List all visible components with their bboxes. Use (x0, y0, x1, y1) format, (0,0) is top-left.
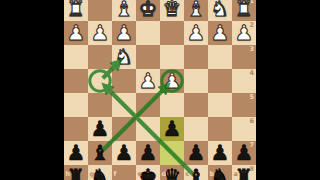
piece-black-bishop[interactable]: ♝ (184, 165, 208, 180)
square-d6[interactable]: ♟ (160, 117, 184, 141)
square-c4[interactable] (184, 69, 208, 93)
piece-white-pawn[interactable]: ♟ (88, 21, 112, 45)
piece-white-bishop[interactable]: ♝ (112, 0, 136, 21)
piece-black-king[interactable]: ♚ (136, 165, 160, 180)
piece-white-king[interactable]: ♚ (136, 0, 160, 21)
square-a1[interactable]: ♜ (232, 0, 256, 21)
square-c6[interactable] (184, 117, 208, 141)
square-h5[interactable] (64, 93, 88, 117)
piece-white-knight[interactable]: ♞ (208, 0, 232, 21)
square-f8[interactable] (112, 165, 136, 180)
square-c7[interactable]: ♟ (184, 141, 208, 165)
square-c8[interactable]: ♝ (184, 165, 208, 180)
chess-board[interactable]: ♜♝♚♛♝♞♜♟♟♟♟♟♟♞♟♟♟♟♟♝♟♟♟♟♟♜♞♚♛♝♞♜12345678… (64, 0, 256, 180)
piece-black-pawn[interactable]: ♟ (160, 117, 184, 141)
piece-black-pawn[interactable]: ♟ (208, 141, 232, 165)
square-f6[interactable] (112, 117, 136, 141)
square-b8[interactable]: ♞ (208, 165, 232, 180)
piece-white-pawn[interactable]: ♟ (112, 21, 136, 45)
square-b5[interactable] (208, 93, 232, 117)
square-c1[interactable]: ♝ (184, 0, 208, 21)
piece-white-queen[interactable]: ♛ (160, 0, 184, 21)
square-f4[interactable] (112, 69, 136, 93)
square-e8[interactable]: ♚ (136, 165, 160, 180)
square-h6[interactable] (64, 117, 88, 141)
piece-black-bishop[interactable]: ♝ (88, 141, 112, 165)
piece-white-pawn[interactable]: ♟ (184, 21, 208, 45)
square-h8[interactable]: ♜ (64, 165, 88, 180)
square-g1[interactable] (88, 0, 112, 21)
square-b4[interactable] (208, 69, 232, 93)
square-d1[interactable]: ♛ (160, 0, 184, 21)
square-e7[interactable]: ♟ (136, 141, 160, 165)
square-d4[interactable]: ♟ (160, 69, 184, 93)
square-g6[interactable]: ♟ (88, 117, 112, 141)
square-g5[interactable] (88, 93, 112, 117)
square-b6[interactable] (208, 117, 232, 141)
square-a7[interactable]: ♟ (232, 141, 256, 165)
piece-black-pawn[interactable]: ♟ (136, 141, 160, 165)
square-e6[interactable] (136, 117, 160, 141)
piece-white-pawn[interactable]: ♟ (136, 69, 160, 93)
piece-white-knight[interactable]: ♞ (112, 45, 136, 69)
square-f5[interactable] (112, 93, 136, 117)
square-e5[interactable] (136, 93, 160, 117)
piece-black-pawn[interactable]: ♟ (112, 141, 136, 165)
square-e1[interactable]: ♚ (136, 0, 160, 21)
square-h3[interactable] (64, 45, 88, 69)
piece-white-pawn[interactable]: ♟ (208, 21, 232, 45)
square-d3[interactable] (160, 45, 184, 69)
piece-black-pawn[interactable]: ♟ (88, 117, 112, 141)
piece-black-pawn[interactable]: ♟ (184, 141, 208, 165)
square-b3[interactable] (208, 45, 232, 69)
piece-black-rook[interactable]: ♜ (232, 165, 256, 180)
square-h4[interactable] (64, 69, 88, 93)
piece-black-knight[interactable]: ♞ (208, 165, 232, 180)
square-c5[interactable] (184, 93, 208, 117)
piece-black-knight[interactable]: ♞ (88, 165, 112, 180)
square-g8[interactable]: ♞ (88, 165, 112, 180)
piece-white-bishop[interactable]: ♝ (184, 0, 208, 21)
piece-white-pawn[interactable]: ♟ (160, 69, 184, 93)
square-h1[interactable]: ♜ (64, 0, 88, 21)
square-f1[interactable]: ♝ (112, 0, 136, 21)
square-h2[interactable]: ♟ (64, 21, 88, 45)
piece-black-pawn[interactable]: ♟ (64, 141, 88, 165)
video-frame: ♜♝♚♛♝♞♜♟♟♟♟♟♟♞♟♟♟♟♟♝♟♟♟♟♟♜♞♚♛♝♞♜12345678… (0, 0, 320, 180)
piece-black-queen[interactable]: ♛ (160, 165, 184, 180)
piece-black-pawn[interactable]: ♟ (232, 141, 256, 165)
square-a8[interactable]: ♜ (232, 165, 256, 180)
piece-white-rook[interactable]: ♜ (64, 0, 88, 21)
square-g7[interactable]: ♝ (88, 141, 112, 165)
square-d5[interactable] (160, 93, 184, 117)
square-d2[interactable] (160, 21, 184, 45)
square-a6[interactable] (232, 117, 256, 141)
piece-white-pawn[interactable]: ♟ (232, 21, 256, 45)
square-f7[interactable]: ♟ (112, 141, 136, 165)
square-c2[interactable]: ♟ (184, 21, 208, 45)
square-e2[interactable] (136, 21, 160, 45)
piece-black-rook[interactable]: ♜ (64, 165, 88, 180)
square-g2[interactable]: ♟ (88, 21, 112, 45)
square-b1[interactable]: ♞ (208, 0, 232, 21)
square-b7[interactable]: ♟ (208, 141, 232, 165)
square-d7[interactable] (160, 141, 184, 165)
square-a3[interactable] (232, 45, 256, 69)
piece-white-rook[interactable]: ♜ (232, 0, 256, 21)
square-d8[interactable]: ♛ (160, 165, 184, 180)
square-a2[interactable]: ♟ (232, 21, 256, 45)
square-c3[interactable] (184, 45, 208, 69)
square-b2[interactable]: ♟ (208, 21, 232, 45)
square-f2[interactable]: ♟ (112, 21, 136, 45)
square-f3[interactable]: ♞ (112, 45, 136, 69)
square-a5[interactable] (232, 93, 256, 117)
square-g4[interactable] (88, 69, 112, 93)
square-a4[interactable] (232, 69, 256, 93)
piece-white-pawn[interactable]: ♟ (64, 21, 88, 45)
square-e4[interactable]: ♟ (136, 69, 160, 93)
square-e3[interactable] (136, 45, 160, 69)
square-h7[interactable]: ♟ (64, 141, 88, 165)
square-g3[interactable] (88, 45, 112, 69)
